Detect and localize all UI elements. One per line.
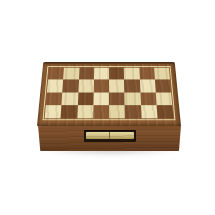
board-square <box>109 68 124 80</box>
board-square <box>139 80 155 92</box>
chessboard-grid <box>45 68 174 119</box>
board-square <box>63 68 79 80</box>
board-square <box>77 92 93 105</box>
board-square <box>124 68 139 80</box>
board-square <box>139 68 155 80</box>
board-square <box>48 68 64 80</box>
board-square <box>62 80 78 92</box>
brass-latch-plate[interactable] <box>86 132 134 139</box>
board-square <box>61 105 78 118</box>
chess-box-lid[interactable] <box>37 62 181 126</box>
board-inlay-border <box>43 66 176 120</box>
latch-seam <box>109 132 110 139</box>
board-square <box>109 92 125 105</box>
board-square <box>156 105 173 118</box>
board-square <box>156 92 173 105</box>
board-square <box>125 92 141 105</box>
board-square <box>93 80 109 92</box>
board-square <box>62 92 78 105</box>
board-square <box>45 105 62 118</box>
board-square <box>77 105 93 118</box>
latch-recess <box>84 130 136 142</box>
board-square <box>140 92 156 105</box>
board-square <box>47 80 63 92</box>
board-square <box>94 68 109 80</box>
chess-box-front-face <box>38 125 181 151</box>
board-square <box>124 80 140 92</box>
board-square <box>78 80 94 92</box>
board-square <box>46 92 63 105</box>
board-square <box>125 105 141 118</box>
board-square <box>93 92 109 105</box>
product-photo <box>0 0 215 215</box>
board-square <box>154 68 170 80</box>
board-square <box>79 68 94 80</box>
board-square <box>109 80 125 92</box>
board-square <box>93 105 109 118</box>
board-square <box>141 105 158 118</box>
board-square <box>155 80 171 92</box>
board-square <box>109 105 125 118</box>
